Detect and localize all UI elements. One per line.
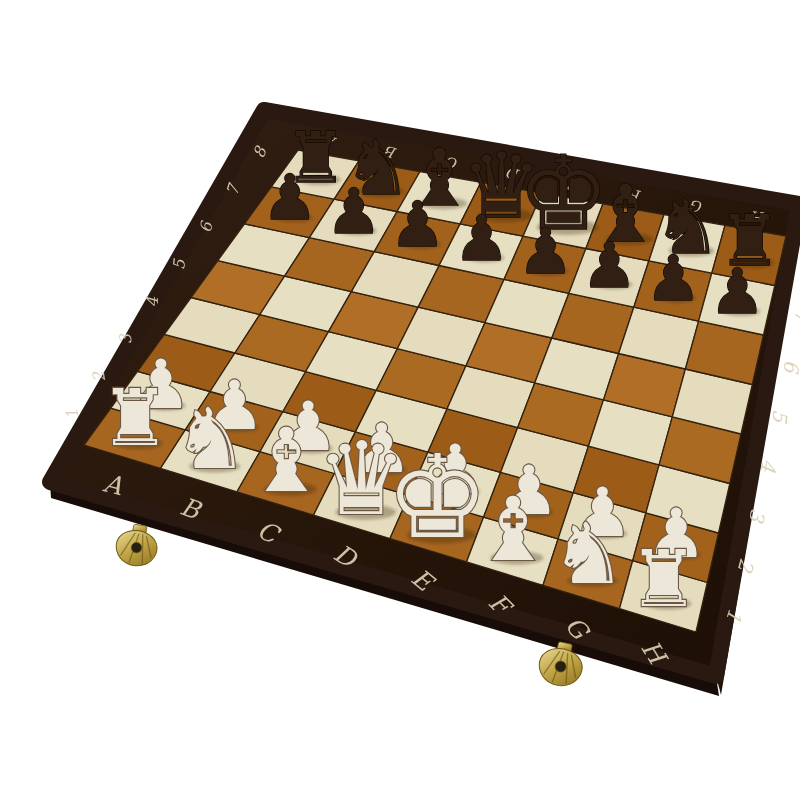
chess-board: AABBCCDDEEFFGGHH1122334455667788 ♜♞♝♛♟♚♟… bbox=[0, 0, 800, 800]
chess-set-photo: AABBCCDDEEFFGGHH1122334455667788 ♜♞♝♛♟♚♟… bbox=[0, 0, 800, 800]
rank-label-left-3: 3 bbox=[116, 332, 136, 345]
piece-white-bishop-c1[interactable]: ♝ bbox=[247, 409, 326, 512]
piece-black-pawn-h7[interactable]: ♟ bbox=[709, 255, 765, 328]
piece-white-bishop-f1[interactable]: ♝ bbox=[473, 478, 552, 581]
piece-black-pawn-a7[interactable]: ♟ bbox=[262, 161, 318, 234]
rank-label-right-5: 5 bbox=[767, 408, 792, 425]
piece-black-pawn-g7[interactable]: ♟ bbox=[645, 242, 701, 315]
piece-white-knight-g1[interactable]: ♞ bbox=[550, 504, 626, 603]
piece-black-pawn-d7[interactable]: ♟ bbox=[453, 202, 509, 275]
brass-clasp-1 bbox=[113, 522, 160, 569]
piece-black-pawn-b7[interactable]: ♟ bbox=[326, 175, 382, 248]
rank-label-left-4: 4 bbox=[143, 296, 162, 307]
rank-label-right-6: 6 bbox=[779, 359, 800, 376]
rank-label-right-7: 7 bbox=[790, 310, 800, 325]
piece-black-pawn-c7[interactable]: ♟ bbox=[390, 188, 446, 261]
piece-white-knight-b1[interactable]: ♞ bbox=[173, 389, 249, 488]
piece-black-pawn-e7[interactable]: ♟ bbox=[517, 215, 573, 288]
piece-white-rook-h1[interactable]: ♜ bbox=[629, 533, 699, 624]
piece-black-pawn-f7[interactable]: ♟ bbox=[581, 229, 637, 302]
piece-white-rook-a1[interactable]: ♜ bbox=[100, 372, 170, 463]
